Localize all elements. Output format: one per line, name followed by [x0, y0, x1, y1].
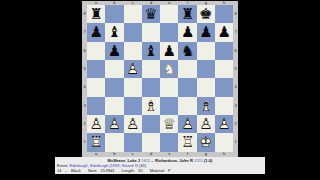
- board-square: [215, 97, 233, 115]
- board-square: [197, 60, 215, 78]
- black-player-elo: 2155: [194, 158, 203, 163]
- board-square: ♜: [87, 5, 105, 23]
- black-player-name: Richardson, John R: [155, 158, 193, 163]
- board-square: ♟: [215, 23, 233, 41]
- board-square: ♟: [105, 42, 123, 60]
- rank-labels-right: 87654321: [233, 5, 238, 152]
- board-square: [142, 23, 160, 41]
- board-square: [215, 42, 233, 60]
- chess-piece: ♜♖: [178, 133, 196, 151]
- chess-board: abcdefgh abcdefgh 87654321 87654321 ♜♛♜♚…: [82, 1, 238, 157]
- move-info-line: 14 ... Black Next: 15.Rfd1 Length: 20 Ma…: [55, 168, 265, 173]
- board-square: [160, 5, 178, 23]
- board-square: [160, 133, 178, 151]
- board-square: ♟♙: [87, 115, 105, 133]
- board-square: ♟: [178, 23, 196, 41]
- rank-label: 4: [233, 78, 238, 96]
- board-square: [178, 97, 196, 115]
- board-square: [105, 5, 123, 23]
- chess-piece: ♟♙: [197, 115, 215, 133]
- material-value: P: [168, 168, 171, 173]
- board-square: ♞♘: [160, 60, 178, 78]
- chess-piece: ♜: [87, 5, 105, 23]
- board-square: [124, 78, 142, 96]
- board-square: ♝♗: [142, 97, 160, 115]
- board-square: ♜♖: [87, 133, 105, 151]
- board-square: [197, 78, 215, 96]
- rank-label: 1: [233, 133, 238, 151]
- side-to-move: Black: [71, 168, 81, 173]
- chess-piece: ♟: [197, 23, 215, 41]
- board-square: ♚♔: [197, 133, 215, 151]
- next-label: Next:: [88, 168, 97, 173]
- board-square: ♟: [87, 23, 105, 41]
- board-square: [87, 60, 105, 78]
- rank-label: 5: [233, 60, 238, 78]
- chess-piece: ♝♗: [142, 97, 160, 115]
- board-square: [142, 60, 160, 78]
- board-square: [105, 133, 123, 151]
- board-square: ♜♖: [178, 133, 196, 151]
- chess-piece: ♜: [178, 5, 196, 23]
- board-square: ♟♙: [124, 115, 142, 133]
- length-label: Length:: [122, 168, 135, 173]
- game-result: (1-0): [204, 158, 212, 163]
- rank-label: 8: [233, 5, 238, 23]
- chess-piece: ♟♙: [105, 115, 123, 133]
- chess-piece: ♚: [197, 5, 215, 23]
- chess-piece: ♞: [178, 42, 196, 60]
- chess-piece: ♛♕: [160, 115, 178, 133]
- board-square: ♝: [142, 42, 160, 60]
- board-square: [124, 133, 142, 151]
- board-square: [160, 97, 178, 115]
- board-square: ♝: [105, 23, 123, 41]
- board-square: [124, 5, 142, 23]
- rank-label: 7: [233, 23, 238, 41]
- rank-label: 3: [233, 97, 238, 115]
- board-square: ♛: [142, 5, 160, 23]
- video-frame: abcdefgh abcdefgh 87654321 87654321 ♜♛♜♚…: [0, 0, 320, 180]
- chess-piece: ♝♗: [197, 97, 215, 115]
- board-square: ♜: [178, 5, 196, 23]
- move-dots: ...: [65, 168, 68, 173]
- chess-piece: ♝: [105, 23, 123, 41]
- rank-label: 6: [233, 42, 238, 60]
- board-square: ♟♙: [215, 115, 233, 133]
- chess-piece: ♟♙: [178, 115, 196, 133]
- chess-piece: ♝: [142, 42, 160, 60]
- board-square: [87, 97, 105, 115]
- chess-piece: ♟♙: [124, 115, 142, 133]
- chess-piece: ♟: [215, 23, 233, 41]
- board-square: [142, 115, 160, 133]
- board-square: [215, 78, 233, 96]
- board-square: [142, 78, 160, 96]
- chess-piece: ♟♙: [124, 60, 142, 78]
- board-square: [215, 5, 233, 23]
- board-square: [124, 42, 142, 60]
- board-squares: ♜♛♜♚♟♝♟♟♟♟♝♟♞♟♙♞♘♝♗♝♗♟♙♟♙♟♙♛♕♟♙♟♙♟♙♜♖♜♖♚…: [87, 5, 233, 152]
- length-value: 20: [138, 168, 142, 173]
- board-square: [178, 60, 196, 78]
- chess-piece: ♟: [87, 23, 105, 41]
- board-square: [124, 97, 142, 115]
- move-number: 14: [57, 168, 61, 173]
- chess-piece: ♟: [105, 42, 123, 60]
- players-separator: --: [151, 158, 154, 163]
- board-square: ♚: [197, 5, 215, 23]
- board-square: [105, 60, 123, 78]
- board-square: ♛♕: [160, 115, 178, 133]
- board-square: ♟♙: [124, 60, 142, 78]
- board-square: ♟♙: [197, 115, 215, 133]
- board-square: ♟♙: [178, 115, 196, 133]
- chess-piece: ♟♙: [87, 115, 105, 133]
- chess-piece: ♟♙: [215, 115, 233, 133]
- game-caption: McShane, Luke J 2415 -- Richardson, John…: [55, 157, 265, 174]
- material-label: Material:: [150, 168, 165, 173]
- chess-piece: ♚♔: [197, 133, 215, 151]
- board-square: ♟♙: [105, 115, 123, 133]
- board-square: [105, 97, 123, 115]
- board-square: ♞: [178, 42, 196, 60]
- next-move: 15.Rfd1: [100, 168, 114, 173]
- board-square: [87, 42, 105, 60]
- board-square: [160, 78, 178, 96]
- chess-piece: ♛: [142, 5, 160, 23]
- chess-piece: ♟: [178, 23, 196, 41]
- board-square: [160, 23, 178, 41]
- board-square: ♟: [160, 42, 178, 60]
- board-square: ♟: [197, 23, 215, 41]
- chess-piece: ♟: [160, 42, 178, 60]
- chess-piece: ♞♘: [160, 60, 178, 78]
- board-square: [124, 23, 142, 41]
- board-square: [197, 42, 215, 60]
- board-square: ♝♗: [197, 97, 215, 115]
- board-square: [178, 78, 196, 96]
- chess-piece: ♜♖: [87, 133, 105, 151]
- board-square: [87, 78, 105, 96]
- board-square: [105, 78, 123, 96]
- board-square: [215, 133, 233, 151]
- board-square: [215, 60, 233, 78]
- board-square: [142, 133, 160, 151]
- rank-label: 2: [233, 115, 238, 133]
